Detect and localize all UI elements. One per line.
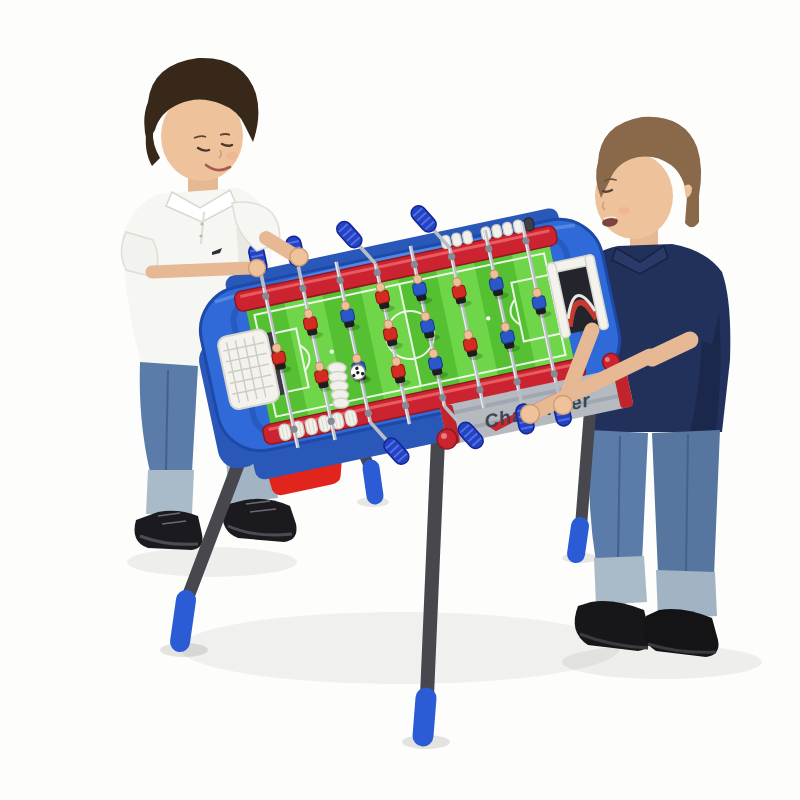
left-boy-left-hand: [249, 260, 266, 277]
table-foot-near-right: [423, 698, 426, 736]
leg-cap-red: [437, 429, 457, 449]
leg-cap-highlight: [441, 433, 447, 439]
table-foot-far-left: [371, 468, 375, 496]
scene: Challenger: [0, 0, 800, 800]
table-foot-far-right: [576, 526, 580, 554]
right-boy-left-hand: [554, 396, 573, 415]
photo-canvas: Challenger: [0, 0, 800, 800]
left-boy-right-hand: [290, 248, 308, 266]
right-boy-right-hand: [521, 405, 540, 424]
left-boy-left-forearm: [152, 268, 250, 272]
table-foot-near-left: [180, 600, 186, 642]
